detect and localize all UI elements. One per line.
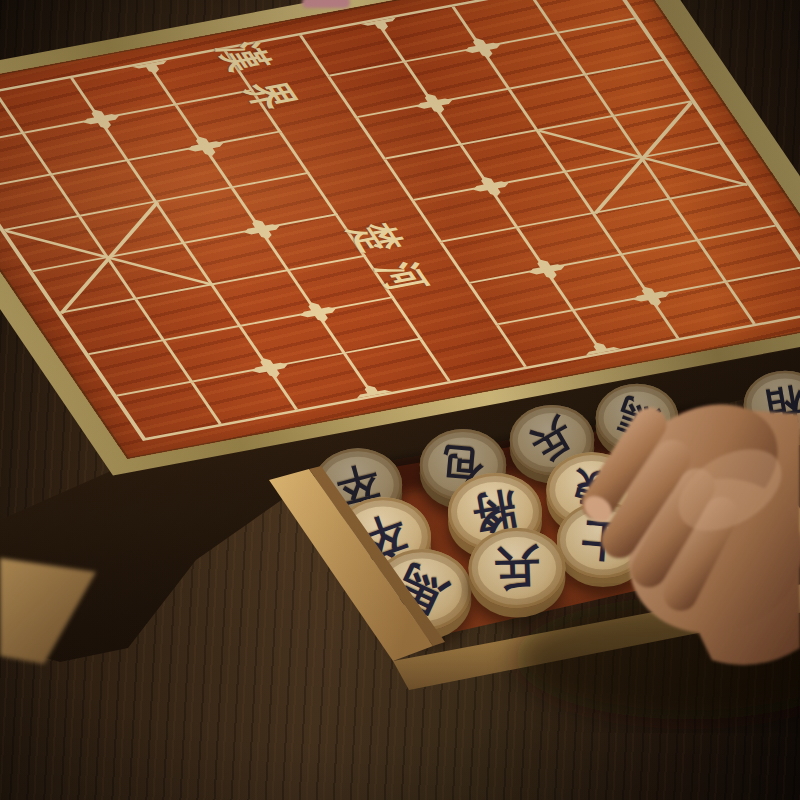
xiangqi-product-photo: 卒包兵馬車將象卒士馬兵相 — [0, 0, 800, 800]
hand-layer — [0, 0, 800, 800]
background-object — [302, 0, 350, 8]
